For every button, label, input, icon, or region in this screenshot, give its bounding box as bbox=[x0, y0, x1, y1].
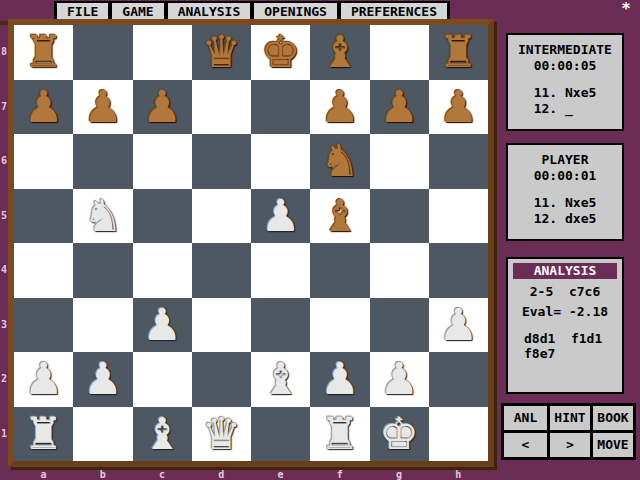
file-label-g: g bbox=[370, 470, 429, 480]
square-h4[interactable] bbox=[429, 243, 488, 298]
square-e8[interactable]: ♚ bbox=[251, 25, 310, 80]
opponent-panel: INTERMEDIATE 00:00:05 11. Nxe512. _ bbox=[506, 33, 624, 131]
piece-wB-c1[interactable]: ♝ bbox=[133, 407, 192, 461]
square-e4[interactable] bbox=[251, 243, 310, 298]
square-h1[interactable] bbox=[429, 407, 488, 462]
move-button[interactable]: MOVE bbox=[593, 433, 633, 457]
square-c4[interactable] bbox=[133, 243, 192, 298]
piece-wP-c3[interactable]: ♟ bbox=[133, 298, 192, 352]
square-g7[interactable]: ♟ bbox=[370, 80, 429, 135]
square-g6[interactable] bbox=[370, 134, 429, 189]
file-label-d: d bbox=[192, 470, 251, 480]
square-b4[interactable] bbox=[73, 243, 132, 298]
piece-wR-a1[interactable]: ♜ bbox=[14, 407, 73, 461]
square-g8[interactable] bbox=[370, 25, 429, 80]
rank-label-5: 5 bbox=[1, 189, 8, 244]
piece-wP-b2[interactable]: ♟ bbox=[73, 352, 132, 406]
square-d1[interactable]: ♛ bbox=[192, 407, 251, 462]
square-a6[interactable] bbox=[14, 134, 73, 189]
square-g3[interactable] bbox=[370, 298, 429, 353]
square-e5[interactable]: ♟ bbox=[251, 189, 310, 244]
square-b5[interactable]: ♞ bbox=[73, 189, 132, 244]
analysis-panel: ANALYSIS 2-5 c7c6 Eval= -2.18 d8d1 f1d1 … bbox=[506, 257, 624, 394]
square-d5[interactable] bbox=[192, 189, 251, 244]
square-g4[interactable] bbox=[370, 243, 429, 298]
square-a7[interactable]: ♟ bbox=[14, 80, 73, 135]
square-c1[interactable]: ♝ bbox=[133, 407, 192, 462]
square-a1[interactable]: ♜ bbox=[14, 407, 73, 462]
rank-label-1: 1 bbox=[1, 407, 8, 462]
book-button[interactable]: BOOK bbox=[593, 406, 633, 430]
piece-wB-e2[interactable]: ♝ bbox=[251, 352, 310, 406]
opponent-level-label: INTERMEDIATE bbox=[508, 43, 622, 57]
rank-labels: 87654321 bbox=[1, 25, 8, 461]
square-d3[interactable] bbox=[192, 298, 251, 353]
file-label-f: f bbox=[310, 470, 369, 480]
file-label-b: b bbox=[73, 470, 132, 480]
piece-wP-h3[interactable]: ♟ bbox=[429, 298, 488, 352]
piece-bP-c7[interactable]: ♟ bbox=[133, 80, 192, 134]
piece-bN-f6[interactable]: ♞ bbox=[310, 134, 369, 188]
piece-bP-h7[interactable]: ♟ bbox=[429, 80, 488, 134]
square-g2[interactable]: ♟ bbox=[370, 352, 429, 407]
piece-bP-b7[interactable]: ♟ bbox=[73, 80, 132, 134]
piece-bP-f7[interactable]: ♟ bbox=[310, 80, 369, 134]
piece-wP-a2[interactable]: ♟ bbox=[14, 352, 73, 406]
square-c2[interactable] bbox=[133, 352, 192, 407]
analysis-eval: Eval= -2.18 bbox=[512, 304, 618, 319]
menu-analysis[interactable]: ANALYSIS bbox=[168, 3, 251, 20]
rank-label-4: 4 bbox=[1, 243, 8, 298]
menu-file[interactable]: FILE bbox=[57, 3, 108, 20]
square-b8[interactable] bbox=[73, 25, 132, 80]
square-e6[interactable] bbox=[251, 134, 310, 189]
analysis-pv-line-2: f8e7 bbox=[512, 346, 618, 361]
square-e2[interactable]: ♝ bbox=[251, 352, 310, 407]
piece-bR-h8[interactable]: ♜ bbox=[429, 25, 488, 79]
square-e3[interactable] bbox=[251, 298, 310, 353]
next-button[interactable]: > bbox=[550, 433, 590, 457]
rank-label-8: 8 bbox=[1, 25, 8, 80]
square-c8[interactable] bbox=[133, 25, 192, 80]
file-label-h: h bbox=[429, 470, 488, 480]
square-f1[interactable]: ♜ bbox=[310, 407, 369, 462]
square-f8[interactable]: ♝ bbox=[310, 25, 369, 80]
square-f6[interactable]: ♞ bbox=[310, 134, 369, 189]
piece-wP-e5[interactable]: ♟ bbox=[251, 189, 310, 243]
square-h6[interactable] bbox=[429, 134, 488, 189]
square-d6[interactable] bbox=[192, 134, 251, 189]
square-a5[interactable] bbox=[14, 189, 73, 244]
player-move-list: 11. Nxe512. dxe5 bbox=[534, 195, 597, 227]
move-line: 11. Nxe5 bbox=[534, 195, 597, 211]
opponent-clock: 00:00:05 bbox=[508, 59, 622, 73]
opponent-move-list: 11. Nxe512. _ bbox=[534, 85, 597, 117]
file-labels: abcdefgh bbox=[14, 470, 488, 480]
player-panel: PLAYER 00:00:01 11. Nxe512. dxe5 bbox=[506, 143, 624, 241]
square-f5[interactable]: ♝ bbox=[310, 189, 369, 244]
piece-wN-b5[interactable]: ♞ bbox=[73, 189, 132, 243]
file-label-e: e bbox=[251, 470, 310, 480]
square-h7[interactable]: ♟ bbox=[429, 80, 488, 135]
square-h2[interactable] bbox=[429, 352, 488, 407]
analysis-pv-line-1: d8d1 f1d1 bbox=[512, 331, 618, 346]
rank-label-7: 7 bbox=[1, 80, 8, 135]
piece-bP-g7[interactable]: ♟ bbox=[370, 80, 429, 134]
file-label-c: c bbox=[133, 470, 192, 480]
piece-bK-e8[interactable]: ♚ bbox=[251, 25, 310, 79]
square-b2[interactable]: ♟ bbox=[73, 352, 132, 407]
square-h5[interactable] bbox=[429, 189, 488, 244]
anl-button[interactable]: ANL bbox=[504, 406, 547, 430]
square-h8[interactable]: ♜ bbox=[429, 25, 488, 80]
square-a8[interactable]: ♜ bbox=[14, 25, 73, 80]
square-c6[interactable] bbox=[133, 134, 192, 189]
analysis-depth-move: 2-5 c7c6 bbox=[512, 284, 618, 299]
square-e7[interactable] bbox=[251, 80, 310, 135]
square-g5[interactable] bbox=[370, 189, 429, 244]
square-b3[interactable] bbox=[73, 298, 132, 353]
square-e1[interactable] bbox=[251, 407, 310, 462]
square-f3[interactable] bbox=[310, 298, 369, 353]
square-b6[interactable] bbox=[73, 134, 132, 189]
rank-label-2: 2 bbox=[1, 352, 8, 407]
player-clock: 00:00:01 bbox=[508, 169, 622, 183]
chess-board: ♜♛♚♝♜♟♟♟♟♟♟♞♞♟♝♟♟♟♟♝♟♟♜♝♛♜♚ bbox=[14, 25, 488, 461]
piece-wK-g1[interactable]: ♚ bbox=[370, 407, 429, 461]
square-a4[interactable] bbox=[14, 243, 73, 298]
piece-bB-f8[interactable]: ♝ bbox=[310, 25, 369, 79]
player-label: PLAYER bbox=[508, 153, 622, 167]
menu-openings[interactable]: OPENINGS bbox=[254, 3, 337, 20]
square-c3[interactable]: ♟ bbox=[133, 298, 192, 353]
square-f4[interactable] bbox=[310, 243, 369, 298]
square-d4[interactable] bbox=[192, 243, 251, 298]
piece-bR-a8[interactable]: ♜ bbox=[14, 25, 73, 79]
piece-wP-g2[interactable]: ♟ bbox=[370, 352, 429, 406]
move-line: 12. _ bbox=[534, 101, 597, 117]
square-f7[interactable]: ♟ bbox=[310, 80, 369, 135]
square-b7[interactable]: ♟ bbox=[73, 80, 132, 135]
piece-wP-f2[interactable]: ♟ bbox=[310, 352, 369, 406]
alert-asterisk-icon: * bbox=[621, 1, 631, 17]
menu-game[interactable]: GAME bbox=[112, 3, 163, 20]
square-f2[interactable]: ♟ bbox=[310, 352, 369, 407]
analysis-title: ANALYSIS bbox=[513, 263, 617, 279]
move-line: 11. Nxe5 bbox=[534, 85, 597, 101]
menu-preferences[interactable]: PREFERENCES bbox=[341, 3, 447, 20]
square-d7[interactable] bbox=[192, 80, 251, 135]
file-label-a: a bbox=[14, 470, 73, 480]
piece-wQ-d1[interactable]: ♛ bbox=[192, 407, 251, 461]
piece-bP-a7[interactable]: ♟ bbox=[14, 80, 73, 134]
square-c7[interactable]: ♟ bbox=[133, 80, 192, 135]
square-a2[interactable]: ♟ bbox=[14, 352, 73, 407]
piece-bB-f5[interactable]: ♝ bbox=[310, 189, 369, 243]
square-b1[interactable] bbox=[73, 407, 132, 462]
board-frame: ♜♛♚♝♜♟♟♟♟♟♟♞♞♟♝♟♟♟♟♝♟♟♜♝♛♜♚ bbox=[8, 19, 494, 467]
square-a3[interactable] bbox=[14, 298, 73, 353]
square-g1[interactable]: ♚ bbox=[370, 407, 429, 462]
prev-button[interactable]: < bbox=[504, 433, 547, 457]
piece-bQ-d8[interactable]: ♛ bbox=[192, 25, 251, 79]
square-c5[interactable] bbox=[133, 189, 192, 244]
control-button-grid: ANLHINTBOOK<>MOVE bbox=[501, 403, 636, 460]
move-line: 12. dxe5 bbox=[534, 211, 597, 227]
square-h3[interactable]: ♟ bbox=[429, 298, 488, 353]
hint-button[interactable]: HINT bbox=[550, 406, 590, 430]
square-d2[interactable] bbox=[192, 352, 251, 407]
rank-label-6: 6 bbox=[1, 134, 8, 189]
square-d8[interactable]: ♛ bbox=[192, 25, 251, 80]
rank-label-3: 3 bbox=[1, 298, 8, 353]
piece-wR-f1[interactable]: ♜ bbox=[310, 407, 369, 461]
